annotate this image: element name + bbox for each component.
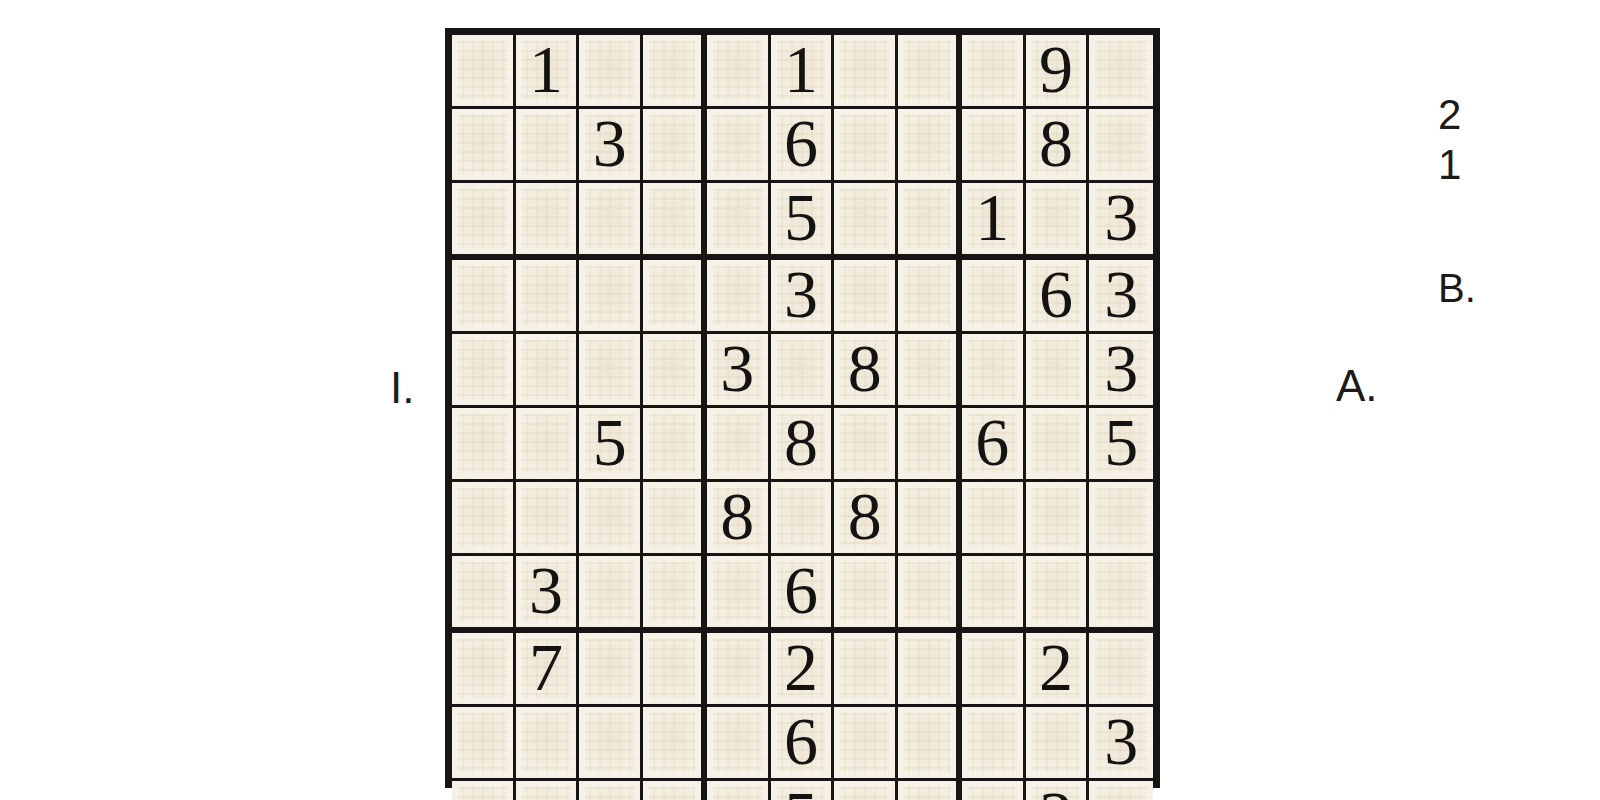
cell-r5c2[interactable] [516,334,580,408]
cell-r9c10[interactable]: 2 [1026,633,1090,707]
cell-r4c2[interactable] [516,260,580,334]
cell-r7c6[interactable] [771,482,835,556]
margin-number-1: 1 [1438,144,1461,186]
cell-r7c2[interactable] [516,482,580,556]
cell-r2c10[interactable]: 8 [1026,109,1090,183]
cell-r10c11[interactable]: 3 [1089,707,1153,781]
cell-r8c1[interactable] [452,556,516,633]
cell-r4c1[interactable] [452,260,516,334]
cell-r7c1[interactable] [452,482,516,556]
cell-r2c5[interactable] [707,109,771,183]
cell-r6c3[interactable]: 5 [579,408,643,482]
cell-r11c9[interactable] [962,781,1026,800]
cell-r4c9[interactable] [962,260,1026,334]
cell-r4c3[interactable] [579,260,643,334]
cell-r6c2[interactable] [516,408,580,482]
cell-r1c9[interactable] [962,35,1026,109]
cell-r5c8[interactable] [898,334,962,408]
cell-r5c1[interactable] [452,334,516,408]
cell-r6c9[interactable]: 6 [962,408,1026,482]
cell-r7c11[interactable] [1089,482,1153,556]
cell-r1c4[interactable] [643,35,707,109]
cell-r10c2[interactable] [516,707,580,781]
cell-r9c2[interactable]: 7 [516,633,580,707]
cell-r9c9[interactable] [962,633,1026,707]
cell-r1c2[interactable]: 1 [516,35,580,109]
cell-r5c9[interactable] [962,334,1026,408]
cell-r2c7[interactable] [834,109,898,183]
cell-r9c11[interactable] [1089,633,1153,707]
cell-r4c7[interactable] [834,260,898,334]
cell-r5c10[interactable] [1026,334,1090,408]
cell-r10c4[interactable] [643,707,707,781]
cell-r6c8[interactable] [898,408,962,482]
cell-r3c2[interactable] [516,183,580,260]
cell-r6c11[interactable]: 5 [1089,408,1153,482]
cell-r7c8[interactable] [898,482,962,556]
cell-r8c10[interactable] [1026,556,1090,633]
cell-r1c6[interactable]: 1 [771,35,835,109]
cell-r6c4[interactable] [643,408,707,482]
sudoku-board: 119368513363383586588367226353 [445,28,1160,788]
cell-r9c8[interactable] [898,633,962,707]
cell-r6c6[interactable]: 8 [771,408,835,482]
cell-r5c7[interactable]: 8 [834,334,898,408]
cell-r2c1[interactable] [452,109,516,183]
cell-r11c8[interactable] [898,781,962,800]
cell-r10c1[interactable] [452,707,516,781]
margin-number-2: 2 [1438,94,1461,136]
cell-r9c4[interactable] [643,633,707,707]
cell-r6c7[interactable] [834,408,898,482]
cell-r1c3[interactable] [579,35,643,109]
cell-r3c5[interactable] [707,183,771,260]
cell-r11c4[interactable] [643,781,707,800]
cell-r3c11[interactable]: 3 [1089,183,1153,260]
cell-r7c10[interactable] [1026,482,1090,556]
cell-r7c4[interactable] [643,482,707,556]
cell-r1c7[interactable] [834,35,898,109]
cell-r4c8[interactable] [898,260,962,334]
cell-r2c4[interactable] [643,109,707,183]
cell-r5c6[interactable] [771,334,835,408]
label-roman-one: I. [390,366,414,410]
cell-r8c9[interactable] [962,556,1026,633]
cell-r8c6[interactable]: 6 [771,556,835,633]
cell-r8c4[interactable] [643,556,707,633]
cell-r5c5[interactable]: 3 [707,334,771,408]
cell-r10c6[interactable]: 6 [771,707,835,781]
cell-r6c1[interactable] [452,408,516,482]
cell-r8c2[interactable]: 3 [516,556,580,633]
cell-r11c2[interactable] [516,781,580,800]
cell-r4c4[interactable] [643,260,707,334]
cell-r9c5[interactable] [707,633,771,707]
cell-r11c5[interactable] [707,781,771,800]
cell-r5c4[interactable] [643,334,707,408]
cell-r4c5[interactable] [707,260,771,334]
cell-r6c5[interactable] [707,408,771,482]
cell-r3c9[interactable]: 1 [962,183,1026,260]
cell-r1c10[interactable]: 9 [1026,35,1090,109]
cell-r5c11[interactable]: 3 [1089,334,1153,408]
cell-r4c10[interactable]: 6 [1026,260,1090,334]
cell-r7c9[interactable] [962,482,1026,556]
cell-r5c3[interactable] [579,334,643,408]
cell-r1c5[interactable] [707,35,771,109]
cell-r3c6[interactable]: 5 [771,183,835,260]
cell-r1c8[interactable] [898,35,962,109]
cell-r3c7[interactable] [834,183,898,260]
cell-r10c8[interactable] [898,707,962,781]
cell-r3c10[interactable] [1026,183,1090,260]
cell-r10c3[interactable] [579,707,643,781]
cell-r3c4[interactable] [643,183,707,260]
cell-r7c3[interactable] [579,482,643,556]
cell-r9c3[interactable] [579,633,643,707]
cell-r3c8[interactable] [898,183,962,260]
cell-r2c2[interactable] [516,109,580,183]
cell-r1c1[interactable] [452,35,516,109]
cell-r8c5[interactable] [707,556,771,633]
cell-r11c10[interactable]: 3 [1026,781,1090,800]
cell-r9c7[interactable] [834,633,898,707]
cell-r8c7[interactable] [834,556,898,633]
cell-r9c6[interactable]: 2 [771,633,835,707]
cell-r7c7[interactable]: 8 [834,482,898,556]
cell-r8c11[interactable] [1089,556,1153,633]
cell-r2c9[interactable] [962,109,1026,183]
cell-r2c6[interactable]: 6 [771,109,835,183]
cell-r8c3[interactable] [579,556,643,633]
puzzle-page: 119368513363383586588367226353 I. A. B. … [0,0,1600,800]
cell-r7c5[interactable]: 8 [707,482,771,556]
cell-r11c3[interactable] [579,781,643,800]
cell-r8c8[interactable] [898,556,962,633]
cell-r10c5[interactable] [707,707,771,781]
cell-r2c8[interactable] [898,109,962,183]
cell-r11c1[interactable] [452,781,516,800]
cell-r9c1[interactable] [452,633,516,707]
cell-r11c7[interactable] [834,781,898,800]
cell-r4c6[interactable]: 3 [771,260,835,334]
cell-r6c10[interactable] [1026,408,1090,482]
cell-r2c11[interactable] [1089,109,1153,183]
cell-r10c10[interactable] [1026,707,1090,781]
cell-r11c11[interactable] [1089,781,1153,800]
cell-r4c11[interactable]: 3 [1089,260,1153,334]
cell-r1c11[interactable] [1089,35,1153,109]
label-a: A. [1336,364,1378,408]
cell-r3c1[interactable] [452,183,516,260]
cell-r3c3[interactable] [579,183,643,260]
cell-r10c7[interactable] [834,707,898,781]
cell-r11c6[interactable]: 5 [771,781,835,800]
label-b: B. [1438,268,1476,308]
cell-r10c9[interactable] [962,707,1026,781]
cell-r2c3[interactable]: 3 [579,109,643,183]
